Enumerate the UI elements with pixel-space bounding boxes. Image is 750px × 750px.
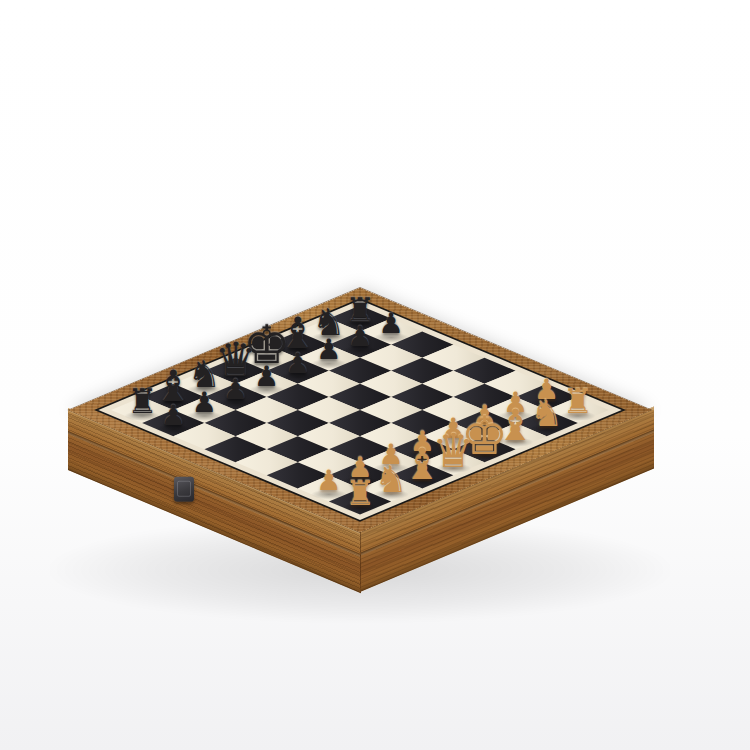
box-clasp (174, 477, 194, 502)
square-a1[interactable]: ♜ (329, 488, 391, 514)
product-photo-scene: ♜♝♞♛♚♝♞♜♟♟♟♟♟♟♟♟♟♟♟♟♟♟♟♟♜♞♝♛♚♝♞♜ (0, 0, 750, 750)
white-rook[interactable]: ♜ (338, 479, 382, 523)
